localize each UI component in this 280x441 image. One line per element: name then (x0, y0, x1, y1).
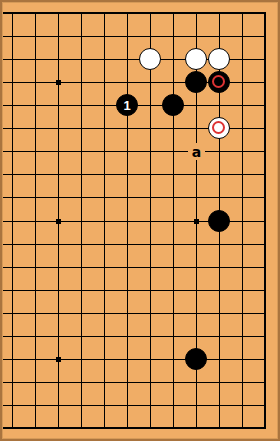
grid-line-horizontal (0, 244, 266, 245)
white-stone (185, 48, 207, 70)
circle-mark (212, 121, 225, 134)
circle-mark (212, 75, 225, 88)
black-stone: 1 (116, 94, 138, 116)
white-stone (139, 48, 161, 70)
grid-line-vertical (81, 12, 82, 429)
grid-line-vertical (264, 12, 266, 429)
grid-line-vertical (127, 12, 128, 429)
star-point (56, 80, 61, 85)
star-point (56, 219, 61, 224)
white-stone (208, 48, 230, 70)
black-stone (208, 210, 230, 232)
grid-line-horizontal (0, 36, 266, 37)
go-board: a1 (0, 0, 280, 441)
grid-line-horizontal (0, 197, 266, 198)
grid-line-horizontal (0, 174, 266, 175)
grid-line-vertical (12, 12, 13, 429)
grid-line-horizontal (0, 290, 266, 291)
grid-line-vertical (242, 12, 243, 429)
star-point (194, 219, 199, 224)
grid-line-horizontal (0, 336, 266, 337)
grid-line-vertical (35, 12, 36, 429)
grid-line-horizontal (0, 313, 266, 314)
star-point (56, 357, 61, 362)
black-stone (208, 71, 230, 93)
point-label-a: a (188, 143, 205, 160)
grid-line-horizontal (0, 405, 266, 406)
grid-line-vertical (104, 12, 105, 429)
grid-line-horizontal (0, 359, 266, 360)
black-stone (162, 94, 184, 116)
grid-line-horizontal (0, 382, 266, 383)
black-stone (185, 71, 207, 93)
grid-line-horizontal (0, 427, 266, 429)
grid-line-horizontal (0, 151, 266, 152)
grid-line-horizontal (0, 12, 266, 14)
grid-line-vertical (150, 12, 151, 429)
grid-line-horizontal (0, 267, 266, 268)
move-number: 1 (123, 99, 130, 112)
grid-line-vertical (173, 12, 174, 429)
white-stone (208, 117, 230, 139)
black-stone (185, 348, 207, 370)
